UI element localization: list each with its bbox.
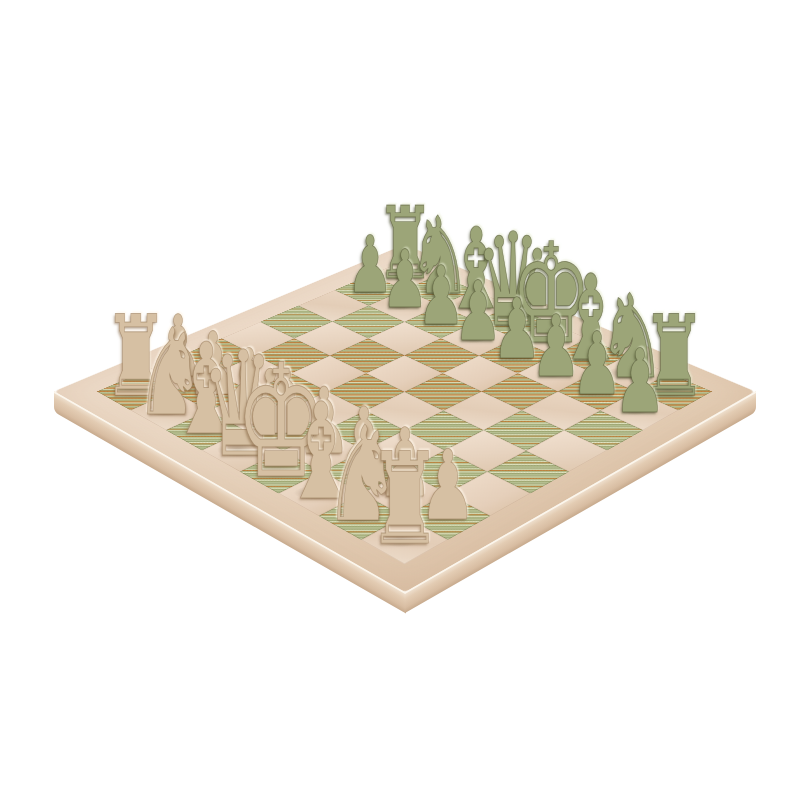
product-photo: ♜♞♝♛♚♝♞♜♟♟♟♟♟♟♟♟♟♟♟♟♟♟♟♟♜♞♝♛♚♝♞♜: [0, 0, 800, 800]
chessboard-slab: [53, 244, 756, 593]
chessboard-grid: [53, 244, 756, 593]
